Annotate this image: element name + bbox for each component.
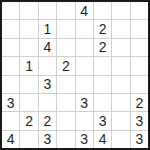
cell-r5c4[interactable] (57, 76, 74, 93)
cell-r2c7[interactable] (112, 20, 129, 37)
cell-r7c7[interactable] (112, 112, 129, 129)
cell-r7c3-clue: 2 (39, 112, 56, 129)
cell-r4c4-clue: 2 (57, 57, 74, 74)
cell-r5c3-clue: 3 (39, 76, 56, 93)
cell-r4c2-clue: 1 (20, 57, 37, 74)
cell-r7c2-clue: 2 (20, 112, 37, 129)
cell-r4c8[interactable] (131, 57, 148, 74)
cell-r2c4[interactable] (57, 20, 74, 37)
cell-r5c1[interactable] (2, 76, 19, 93)
cell-r6c6[interactable] (94, 94, 111, 111)
cell-r1c2[interactable] (20, 2, 37, 19)
cell-r5c6[interactable] (94, 76, 111, 93)
cell-r7c5[interactable] (76, 112, 93, 129)
cell-r1c5-clue: 4 (76, 2, 93, 19)
cell-r6c3[interactable] (39, 94, 56, 111)
cell-r6c8-clue: 2 (131, 94, 148, 111)
cell-r8c5-clue: 3 (76, 131, 93, 148)
cell-r5c5[interactable] (76, 76, 93, 93)
cell-r2c1[interactable] (2, 20, 19, 37)
cell-r1c7[interactable] (112, 2, 129, 19)
cell-r6c2[interactable] (20, 94, 37, 111)
cell-r6c4[interactable] (57, 94, 74, 111)
puzzle-board: 41242123332223343343 (0, 0, 150, 150)
cell-r4c5[interactable] (76, 57, 93, 74)
cell-r6c1-clue: 3 (2, 94, 19, 111)
cell-r1c6[interactable] (94, 2, 111, 19)
cell-r8c8-clue: 3 (131, 131, 148, 148)
cell-r2c3-clue: 1 (39, 20, 56, 37)
cell-r1c1[interactable] (2, 2, 19, 19)
cell-r7c1[interactable] (2, 112, 19, 129)
cell-r3c2[interactable] (20, 39, 37, 56)
cell-r3c5[interactable] (76, 39, 93, 56)
cell-r4c3[interactable] (39, 57, 56, 74)
cell-r4c7[interactable] (112, 57, 129, 74)
cell-r8c4[interactable] (57, 131, 74, 148)
cell-r6c5-clue: 3 (76, 94, 93, 111)
cell-r7c6-clue: 3 (94, 112, 111, 129)
cell-r3c7[interactable] (112, 39, 129, 56)
cell-r5c8[interactable] (131, 76, 148, 93)
cell-r5c2[interactable] (20, 76, 37, 93)
cell-r1c4[interactable] (57, 2, 74, 19)
cell-r2c6-clue: 2 (94, 20, 111, 37)
cell-r6c7[interactable] (112, 94, 129, 111)
cell-r2c2[interactable] (20, 20, 37, 37)
cell-r7c8-clue: 3 (131, 112, 148, 129)
cell-r8c7[interactable] (112, 131, 129, 148)
cell-r1c3[interactable] (39, 2, 56, 19)
cell-r2c5[interactable] (76, 20, 93, 37)
cell-r8c1-clue: 4 (2, 131, 19, 148)
cell-r3c3-clue: 4 (39, 39, 56, 56)
cell-r4c1[interactable] (2, 57, 19, 74)
cell-r8c6-clue: 4 (94, 131, 111, 148)
cell-r4c6[interactable] (94, 57, 111, 74)
cell-r8c2[interactable] (20, 131, 37, 148)
cell-r3c1[interactable] (2, 39, 19, 56)
cell-r3c6-clue: 2 (94, 39, 111, 56)
cell-r7c4[interactable] (57, 112, 74, 129)
cell-r1c8[interactable] (131, 2, 148, 19)
cell-r2c8[interactable] (131, 20, 148, 37)
cell-r5c7[interactable] (112, 76, 129, 93)
cell-r8c3-clue: 3 (39, 131, 56, 148)
cell-r3c4[interactable] (57, 39, 74, 56)
cell-r3c8[interactable] (131, 39, 148, 56)
